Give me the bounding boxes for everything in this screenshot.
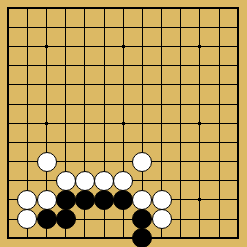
white-stone[interactable] (113, 171, 133, 191)
black-stone[interactable] (56, 190, 76, 210)
black-stone[interactable] (56, 209, 76, 229)
black-stone[interactable] (37, 209, 57, 229)
star-point (45, 45, 48, 48)
white-stone[interactable] (37, 190, 57, 210)
white-stone[interactable] (75, 171, 95, 191)
white-stone[interactable] (37, 152, 57, 172)
star-point (198, 198, 201, 201)
white-stone[interactable] (94, 171, 114, 191)
white-stone[interactable] (132, 152, 152, 172)
star-point (122, 45, 125, 48)
black-stone[interactable] (132, 228, 152, 247)
grid-line-vertical (180, 8, 181, 238)
star-point (45, 122, 48, 125)
grid-line-vertical (219, 8, 220, 238)
white-stone[interactable] (152, 190, 172, 210)
star-point (198, 122, 201, 125)
star-point (198, 45, 201, 48)
go-board-diagram (0, 0, 247, 247)
black-stone[interactable] (75, 190, 95, 210)
go-board[interactable] (0, 0, 247, 247)
star-point (122, 122, 125, 125)
white-stone[interactable] (56, 171, 76, 191)
white-stone[interactable] (152, 209, 172, 229)
grid-line-horizontal (8, 142, 238, 143)
black-stone[interactable] (94, 190, 114, 210)
